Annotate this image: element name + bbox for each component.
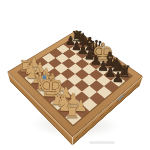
square-b1 bbox=[24, 73, 38, 84]
square-f2 bbox=[59, 91, 74, 104]
square-d3 bbox=[53, 74, 67, 85]
watermark bbox=[89, 141, 115, 144]
square-h5 bbox=[97, 86, 112, 98]
square-f5 bbox=[82, 74, 96, 85]
square-g2 bbox=[66, 97, 82, 110]
square-h1 bbox=[65, 111, 81, 125]
square-h2 bbox=[74, 104, 90, 118]
square-g3 bbox=[74, 91, 89, 104]
square-g4 bbox=[82, 86, 97, 98]
square-g5 bbox=[89, 80, 104, 92]
square-f1 bbox=[50, 97, 66, 110]
square-g1 bbox=[58, 104, 74, 118]
square-d1 bbox=[37, 84, 52, 96]
chess-set-photo: ♜♞♝♛♚♝♞♜♟♟♟♟♟♟♟♟♟♟♟♟♟♟♟♟♜♞♝♛♚♝♞♜ bbox=[0, 0, 150, 150]
square-f3 bbox=[67, 85, 82, 97]
square-c1 bbox=[31, 78, 46, 90]
square-f4 bbox=[75, 80, 90, 92]
square-e3 bbox=[60, 79, 75, 91]
square-d2 bbox=[45, 79, 60, 91]
square-e2 bbox=[52, 85, 67, 97]
scene-tilt: ♜♞♝♛♚♝♞♜♟♟♟♟♟♟♟♟♟♟♟♟♟♟♟♟♜♞♝♛♚♝♞♜ bbox=[0, 0, 150, 150]
square-e1 bbox=[44, 90, 59, 103]
square-h3 bbox=[82, 98, 98, 111]
square-h8 bbox=[117, 70, 131, 81]
square-e4 bbox=[68, 74, 82, 85]
square-h7 bbox=[111, 75, 125, 86]
square-g6 bbox=[96, 75, 110, 86]
square-c2 bbox=[39, 73, 53, 84]
square-h6 bbox=[104, 81, 119, 93]
square-h4 bbox=[89, 92, 104, 105]
